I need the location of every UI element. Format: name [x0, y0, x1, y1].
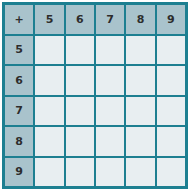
column-header-cell: 5 [35, 5, 63, 34]
row-header-cell: 8 [5, 127, 33, 156]
answer-cell[interactable] [96, 127, 124, 156]
answer-cell[interactable] [66, 158, 94, 187]
column-header-cell: 9 [157, 5, 185, 34]
answer-cell[interactable] [66, 36, 94, 65]
answer-cell[interactable] [126, 127, 154, 156]
answer-cell[interactable] [96, 158, 124, 187]
row-header-cell: 6 [5, 66, 33, 95]
answer-cell[interactable] [96, 97, 124, 126]
answer-cell[interactable] [157, 127, 185, 156]
answer-cell[interactable] [126, 66, 154, 95]
answer-cell[interactable] [35, 97, 63, 126]
column-header-cell: 6 [66, 5, 94, 34]
row-header-cell: 7 [5, 97, 33, 126]
answer-cell[interactable] [96, 36, 124, 65]
answer-cell[interactable] [35, 36, 63, 65]
row-header-cell: 5 [5, 36, 33, 65]
answer-cell[interactable] [157, 66, 185, 95]
column-header-cell: 8 [126, 5, 154, 34]
answer-cell[interactable] [35, 158, 63, 187]
answer-cell[interactable] [126, 36, 154, 65]
column-header-cell: 7 [96, 5, 124, 34]
answer-cell[interactable] [126, 158, 154, 187]
answer-cell[interactable] [35, 66, 63, 95]
answer-cell[interactable] [157, 97, 185, 126]
answer-cell[interactable] [96, 66, 124, 95]
answer-cell[interactable] [66, 127, 94, 156]
answer-cell[interactable] [157, 158, 185, 187]
addition-table-grid: +5678956789 [2, 2, 188, 189]
answer-cell[interactable] [66, 66, 94, 95]
answer-cell[interactable] [66, 97, 94, 126]
answer-cell[interactable] [157, 36, 185, 65]
answer-cell[interactable] [35, 127, 63, 156]
answer-cell[interactable] [126, 97, 154, 126]
operator-corner-cell: + [5, 5, 33, 34]
row-header-cell: 9 [5, 158, 33, 187]
